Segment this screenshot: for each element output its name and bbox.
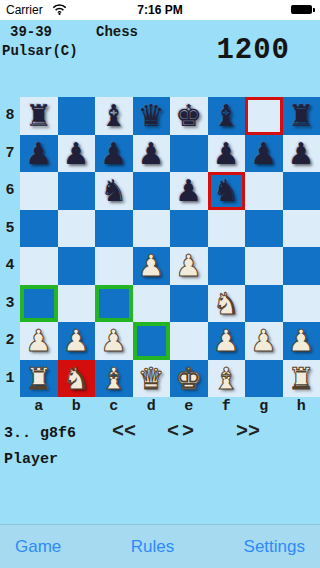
black-pawn-c7: ♟ <box>100 135 127 173</box>
black-rook-a8: ♜ <box>25 97 52 135</box>
white-rook-h1: ♜ <box>288 360 315 398</box>
settings-button[interactable]: Settings <box>244 537 305 557</box>
white-bishop-f1: ♝ <box>213 360 240 398</box>
rank-label-4: 4 <box>0 247 20 285</box>
nav-next-button[interactable]: > <box>182 420 194 443</box>
square-g4[interactable] <box>245 247 283 285</box>
square-d2[interactable] <box>133 322 171 360</box>
square-g7[interactable]: ♟ <box>245 135 283 173</box>
status-bar: Carrier 7:16 PM <box>0 0 320 20</box>
square-b8[interactable] <box>58 97 96 135</box>
square-f4[interactable] <box>208 247 246 285</box>
board: ♜♝♛♚♝♜♟♟♟♟♟♟♟♞♟♞♟♟♞♟♟♟♟♟♟♜♞♝♛♚♝♜ <box>20 97 320 397</box>
square-c3[interactable] <box>95 285 133 323</box>
square-c5[interactable] <box>95 210 133 248</box>
square-b3[interactable] <box>58 285 96 323</box>
white-queen-d1: ♛ <box>138 360 165 398</box>
rank-label-7: 7 <box>0 135 20 173</box>
square-e2[interactable] <box>170 322 208 360</box>
player-label: Player <box>4 451 58 468</box>
rank-label-8: 8 <box>0 97 20 135</box>
square-b6[interactable] <box>58 172 96 210</box>
game-button[interactable]: Game <box>15 537 61 557</box>
white-knight-f3: ♞ <box>213 285 240 323</box>
square-g2[interactable]: ♟ <box>245 322 283 360</box>
square-b4[interactable] <box>58 247 96 285</box>
square-f1[interactable]: ♝ <box>208 360 246 398</box>
black-pawn-g7: ♟ <box>250 135 277 173</box>
black-knight-f6: ♞ <box>213 172 240 210</box>
file-label-c: c <box>95 398 133 415</box>
square-h8[interactable]: ♜ <box>283 97 320 135</box>
black-pawn-h7: ♟ <box>288 135 315 173</box>
battery-icon <box>291 5 312 14</box>
square-c4[interactable] <box>95 247 133 285</box>
white-pawn-e4: ♟ <box>175 247 202 285</box>
square-a7[interactable]: ♟ <box>20 135 58 173</box>
file-label-a: a <box>20 398 58 415</box>
black-pawn-a7: ♟ <box>25 135 52 173</box>
square-e8[interactable]: ♚ <box>170 97 208 135</box>
square-h4[interactable] <box>283 247 320 285</box>
square-a5[interactable] <box>20 210 58 248</box>
file-label-f: f <box>208 398 246 415</box>
black-rook-h8: ♜ <box>288 97 315 135</box>
black-king-e8: ♚ <box>175 97 202 135</box>
move-counter: 39-39 <box>10 24 52 40</box>
square-f8[interactable]: ♝ <box>208 97 246 135</box>
square-h2[interactable]: ♟ <box>283 322 320 360</box>
white-pawn-c2: ♟ <box>100 322 127 360</box>
white-pawn-f2: ♟ <box>213 322 240 360</box>
square-f7[interactable]: ♟ <box>208 135 246 173</box>
square-e6[interactable]: ♟ <box>170 172 208 210</box>
square-a6[interactable] <box>20 172 58 210</box>
rank-label-5: 5 <box>0 210 20 248</box>
white-rook-a1: ♜ <box>25 360 52 398</box>
black-knight-c6: ♞ <box>100 172 127 210</box>
black-bishop-c8: ♝ <box>100 97 127 135</box>
black-bishop-f8: ♝ <box>213 97 240 135</box>
square-e3[interactable] <box>170 285 208 323</box>
white-pawn-g2: ♟ <box>250 322 277 360</box>
square-a3[interactable] <box>20 285 58 323</box>
square-e5[interactable] <box>170 210 208 248</box>
square-b7[interactable]: ♟ <box>58 135 96 173</box>
file-label-e: e <box>170 398 208 415</box>
rating-value: 1200 <box>216 34 290 67</box>
square-d7[interactable]: ♟ <box>133 135 171 173</box>
square-g3[interactable] <box>245 285 283 323</box>
white-king-e1: ♚ <box>175 360 202 398</box>
square-h7[interactable]: ♟ <box>283 135 320 173</box>
square-c2[interactable]: ♟ <box>95 322 133 360</box>
file-label-d: d <box>133 398 171 415</box>
square-d6[interactable] <box>133 172 171 210</box>
white-pawn-a2: ♟ <box>25 322 52 360</box>
file-label-h: h <box>283 398 320 415</box>
rank-label-1: 1 <box>0 360 20 398</box>
rank-label-3: 3 <box>0 285 20 323</box>
square-g1[interactable] <box>245 360 283 398</box>
black-pawn-e6: ♟ <box>175 172 202 210</box>
last-move-text: 3.. g8f6 <box>4 425 76 442</box>
clock-time: 7:16 PM <box>0 3 320 17</box>
white-pawn-d4: ♟ <box>138 247 165 285</box>
square-h1[interactable]: ♜ <box>283 360 320 398</box>
white-knight-b1: ♞ <box>63 360 90 398</box>
bottom-toolbar: Game Rules Settings <box>0 524 320 568</box>
square-f2[interactable]: ♟ <box>208 322 246 360</box>
black-pawn-b7: ♟ <box>63 135 90 173</box>
square-f5[interactable] <box>208 210 246 248</box>
nav-prev-button[interactable]: < <box>167 420 179 443</box>
square-c1[interactable]: ♝ <box>95 360 133 398</box>
white-pawn-h2: ♟ <box>288 322 315 360</box>
square-h3[interactable] <box>283 285 320 323</box>
rank-labels: 87654321 <box>0 97 20 397</box>
square-b2[interactable]: ♟ <box>58 322 96 360</box>
square-e4[interactable]: ♟ <box>170 247 208 285</box>
square-b5[interactable] <box>58 210 96 248</box>
square-e7[interactable] <box>170 135 208 173</box>
file-label-g: g <box>245 398 283 415</box>
square-a8[interactable]: ♜ <box>20 97 58 135</box>
square-d8[interactable]: ♛ <box>133 97 171 135</box>
square-b1[interactable]: ♞ <box>58 360 96 398</box>
black-pawn-f7: ♟ <box>213 135 240 173</box>
square-a2[interactable]: ♟ <box>20 322 58 360</box>
square-g6[interactable] <box>245 172 283 210</box>
square-h6[interactable] <box>283 172 320 210</box>
square-d1[interactable]: ♛ <box>133 360 171 398</box>
square-c8[interactable]: ♝ <box>95 97 133 135</box>
square-g8[interactable] <box>245 97 283 135</box>
opponent-name: Pulsar(C) <box>2 43 78 59</box>
app-title: Chess <box>96 24 138 40</box>
square-c7[interactable]: ♟ <box>95 135 133 173</box>
square-e1[interactable]: ♚ <box>170 360 208 398</box>
square-c6[interactable]: ♞ <box>95 172 133 210</box>
square-g5[interactable] <box>245 210 283 248</box>
rank-label-6: 6 <box>0 172 20 210</box>
square-d3[interactable] <box>133 285 171 323</box>
square-d5[interactable] <box>133 210 171 248</box>
nav-last-button[interactable]: >> <box>236 420 260 443</box>
chess-app-screen: Carrier 7:16 PM 39-39 Chess Pulsar(C) 12… <box>0 0 320 568</box>
square-a4[interactable] <box>20 247 58 285</box>
black-queen-d8: ♛ <box>138 97 165 135</box>
square-f6[interactable]: ♞ <box>208 172 246 210</box>
square-h5[interactable] <box>283 210 320 248</box>
white-pawn-b2: ♟ <box>63 322 90 360</box>
rules-button[interactable]: Rules <box>131 537 174 557</box>
file-label-b: b <box>58 398 96 415</box>
square-d4[interactable]: ♟ <box>133 247 171 285</box>
black-pawn-d7: ♟ <box>138 135 165 173</box>
nav-first-button[interactable]: << <box>112 420 136 443</box>
rank-label-2: 2 <box>0 322 20 360</box>
square-f3[interactable]: ♞ <box>208 285 246 323</box>
file-labels: abcdefgh <box>20 398 320 415</box>
square-a1[interactable]: ♜ <box>20 360 58 398</box>
white-bishop-c1: ♝ <box>100 360 127 398</box>
